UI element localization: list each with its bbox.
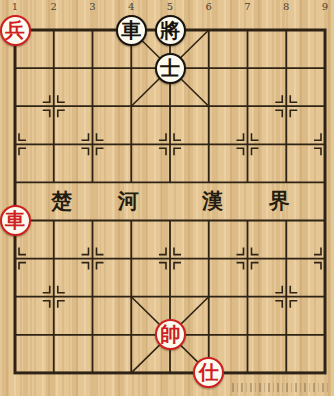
river-text-han-jie: 漢 界 (183, 187, 308, 215)
piece-red-general[interactable]: 帥 (155, 319, 186, 350)
piece-black-advisor[interactable]: 士 (155, 53, 186, 84)
piece-red-advisor[interactable]: 仕 (193, 357, 224, 388)
column-label-4: 4 (121, 1, 141, 12)
piece-black-chariot[interactable]: 車 (116, 15, 147, 46)
river-text-chu-he: 楚 河 (32, 187, 157, 215)
watermark (232, 383, 328, 392)
column-label-8: 8 (276, 1, 296, 12)
xiangqi-board: 123456789 楚 河 漢 界 兵車將士車帥仕 (0, 0, 334, 396)
column-label-7: 7 (238, 1, 258, 12)
piece-black-general[interactable]: 將 (155, 15, 186, 46)
board-grid: 楚 河 漢 界 兵車將士車帥仕 (15, 30, 325, 373)
column-label-5: 5 (160, 1, 180, 12)
column-label-1: 1 (5, 1, 25, 12)
piece-red-soldier[interactable]: 兵 (0, 15, 31, 46)
column-label-3: 3 (83, 1, 103, 12)
piece-red-chariot[interactable]: 車 (0, 205, 31, 236)
column-label-9: 9 (315, 1, 334, 12)
column-label-2: 2 (44, 1, 64, 12)
column-label-6: 6 (199, 1, 219, 12)
